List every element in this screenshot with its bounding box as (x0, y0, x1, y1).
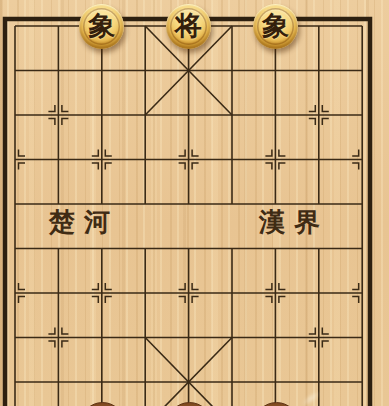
piece-glyph: 将 (175, 13, 202, 40)
river-label-han: 漢界 (259, 210, 329, 236)
xiangqi-board: 楚河 漢界 象将象 (0, 0, 389, 406)
piece-black-elephant-c10[interactable]: 象 (79, 4, 124, 49)
board-grid (0, 0, 389, 406)
piece-black-elephant-g10[interactable]: 象 (253, 4, 298, 49)
piece-glyph: 象 (262, 13, 289, 40)
river-label-chu: 楚河 (49, 210, 119, 236)
piece-black-general-e10[interactable]: 将 (166, 4, 211, 49)
piece-glyph: 象 (88, 13, 115, 40)
